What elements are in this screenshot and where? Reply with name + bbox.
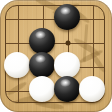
black-stone <box>54 76 80 102</box>
black-stone <box>29 52 55 78</box>
grid-line-horizontal-2 <box>6 43 104 44</box>
white-stone <box>54 52 80 78</box>
black-stone <box>54 4 80 30</box>
black-stone <box>29 28 55 54</box>
go-app-icon[interactable] <box>0 0 112 112</box>
white-stone <box>4 52 30 78</box>
white-stone <box>79 76 105 102</box>
star-point <box>66 41 71 46</box>
white-stone <box>29 76 55 102</box>
